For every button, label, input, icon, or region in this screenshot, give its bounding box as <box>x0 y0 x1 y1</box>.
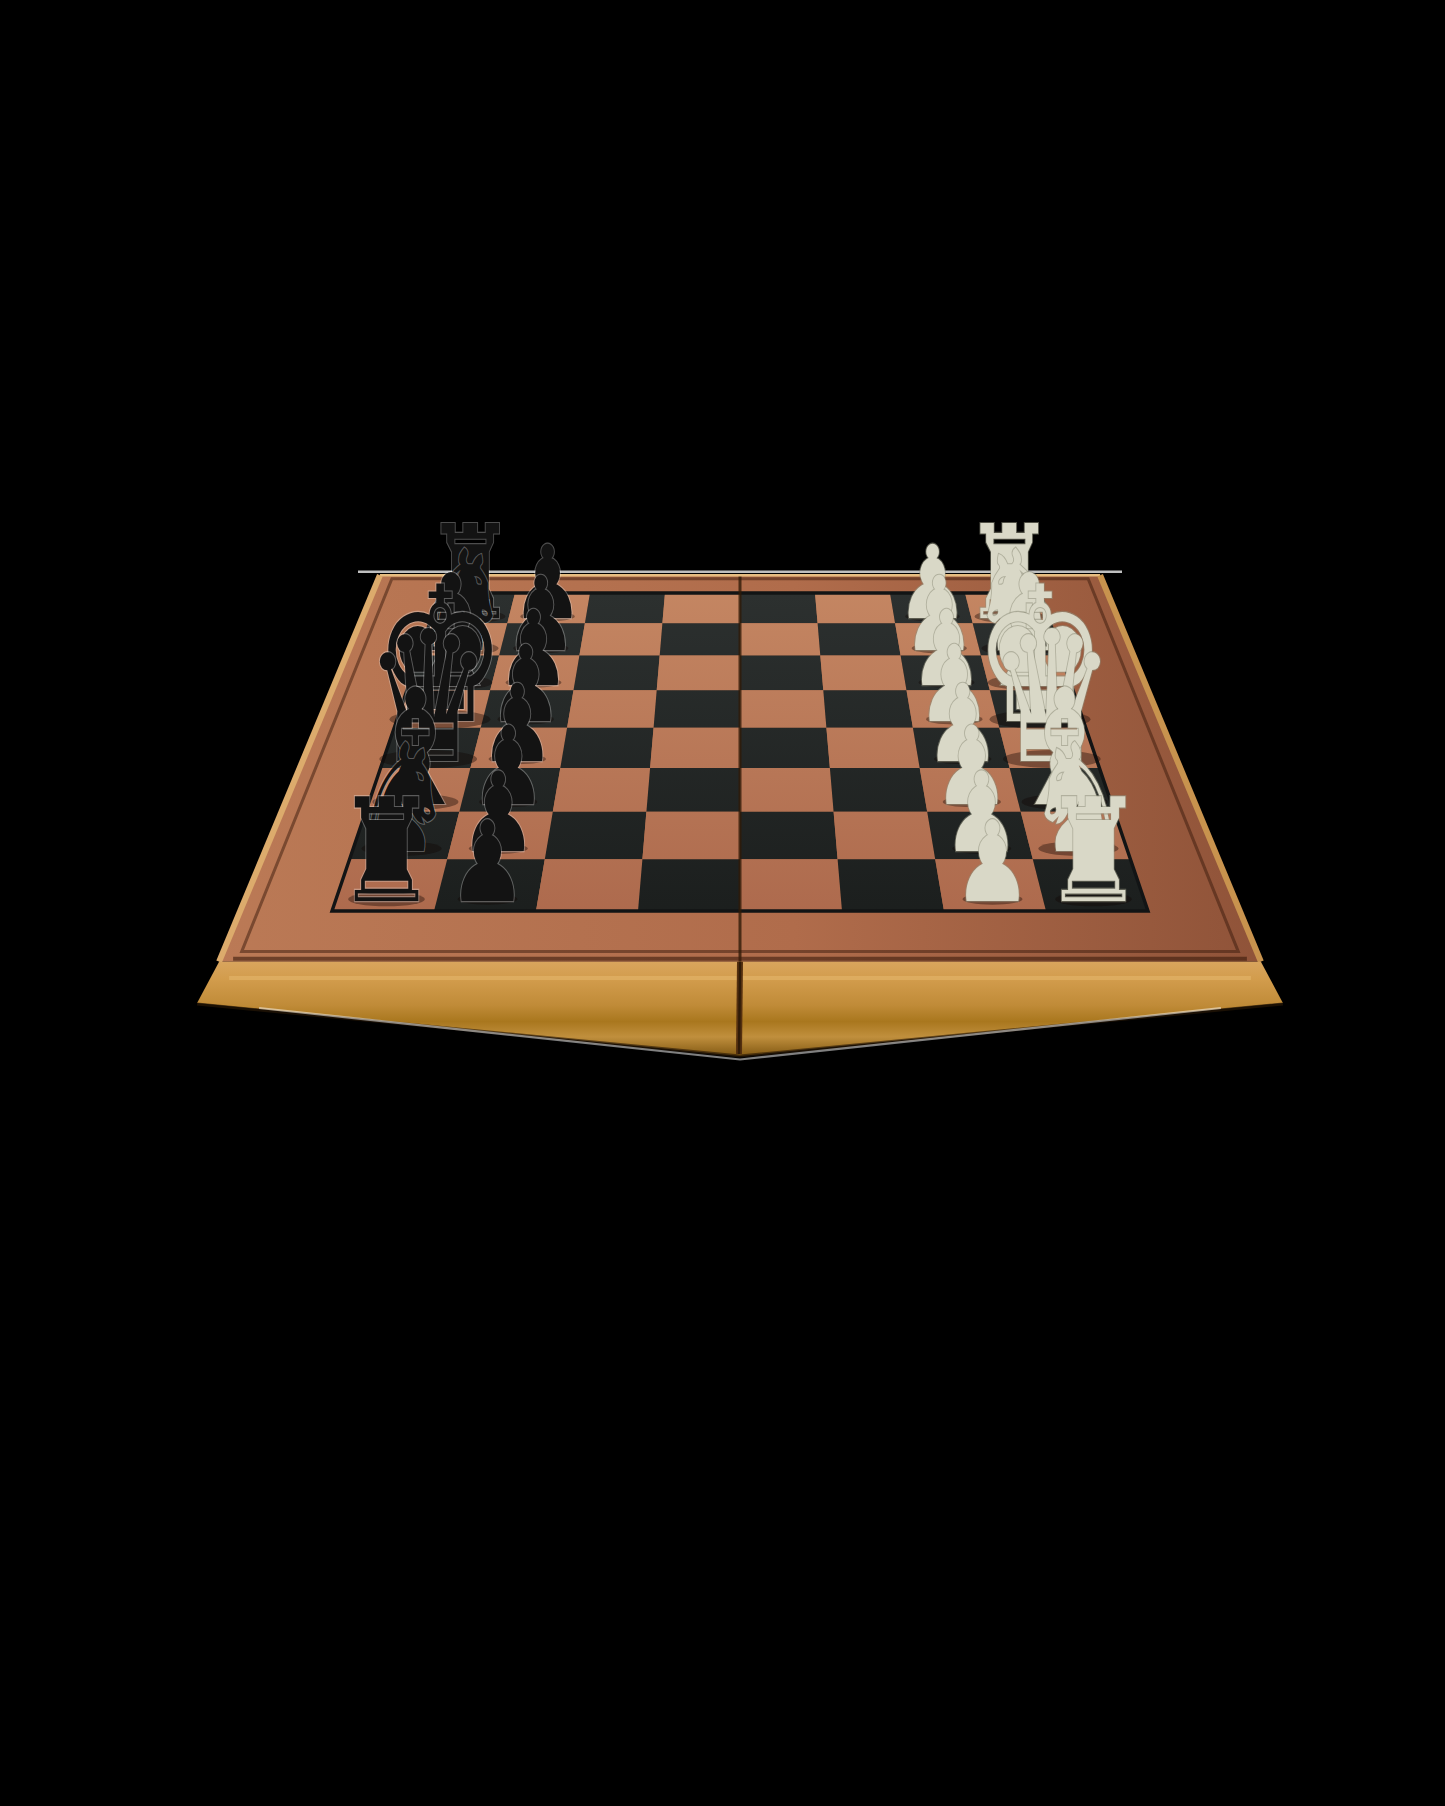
square-a3[interactable] <box>838 859 944 911</box>
chess-photo-scene: ♜♟♟♜♞♟♟♞♝♟♟♝♚♟♟♚♛♟♟♛♝♟♟♝♞♟♟♞♜♟♟♜ <box>0 0 1445 1806</box>
square-d3[interactable] <box>826 728 919 768</box>
square-f5[interactable] <box>657 656 740 691</box>
square-c5[interactable] <box>646 768 740 812</box>
square-d5[interactable] <box>650 728 740 768</box>
square-e3[interactable] <box>823 690 913 727</box>
piece-black-pawn-a7[interactable]: ♟ <box>448 798 527 928</box>
square-d6[interactable] <box>560 728 653 768</box>
square-e6[interactable] <box>567 690 657 727</box>
square-h3[interactable] <box>815 593 895 623</box>
square-e4[interactable] <box>740 690 826 727</box>
square-h6[interactable] <box>585 593 665 623</box>
square-b5[interactable] <box>642 812 740 860</box>
square-g6[interactable] <box>579 623 662 655</box>
square-b4[interactable] <box>740 812 838 860</box>
square-h4[interactable] <box>740 593 818 623</box>
square-a4[interactable] <box>740 859 842 911</box>
square-c6[interactable] <box>553 768 650 812</box>
square-g4[interactable] <box>740 623 820 655</box>
hinge-seam-front <box>739 962 740 1054</box>
square-c3[interactable] <box>830 768 927 812</box>
square-f3[interactable] <box>820 656 906 691</box>
square-g3[interactable] <box>818 623 901 655</box>
square-a5[interactable] <box>638 859 740 911</box>
piece-white-rook-a1[interactable]: ♜ <box>1043 768 1144 935</box>
square-b3[interactable] <box>834 812 936 860</box>
square-g5[interactable] <box>660 623 740 655</box>
square-b6[interactable] <box>545 812 647 860</box>
piece-black-rook-a8[interactable]: ♜ <box>336 768 437 935</box>
square-c4[interactable] <box>740 768 834 812</box>
square-h5[interactable] <box>662 593 740 623</box>
chess-board-photo: ♜♟♟♜♞♟♟♞♝♟♟♝♚♟♟♚♛♟♟♛♝♟♟♝♞♟♟♞♜♟♟♜ <box>0 0 1445 1806</box>
piece-white-pawn-a2[interactable]: ♟ <box>953 798 1032 928</box>
square-f6[interactable] <box>574 656 660 691</box>
square-f4[interactable] <box>740 656 823 691</box>
square-e5[interactable] <box>654 690 740 727</box>
square-a6[interactable] <box>536 859 642 911</box>
square-d4[interactable] <box>740 728 830 768</box>
